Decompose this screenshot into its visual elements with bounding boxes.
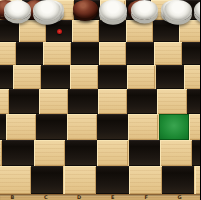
square-e6[interactable]	[99, 42, 127, 65]
square-c5[interactable]	[41, 65, 70, 89]
coord-label-d: D	[77, 194, 81, 200]
square-c1[interactable]	[31, 166, 64, 194]
square-b3[interactable]	[6, 114, 37, 140]
square-b5[interactable]	[13, 65, 42, 89]
dark-man-d6[interactable]	[73, 0, 97, 18]
square-h5[interactable]	[184, 65, 200, 89]
square-h3[interactable]	[189, 114, 200, 140]
square-h1[interactable]	[195, 166, 201, 194]
square-d1[interactable]	[64, 166, 97, 194]
square-b4[interactable]	[9, 89, 39, 114]
coord-label-g: G	[177, 194, 181, 200]
square-d2[interactable]	[65, 140, 97, 166]
square-d3[interactable]	[67, 114, 98, 140]
square-f3[interactable]	[128, 114, 159, 140]
square-f6[interactable]	[126, 42, 154, 65]
white-man-g1[interactable]	[164, 0, 192, 21]
coord-label-e: E	[111, 194, 114, 200]
board-frame: ABCDEFGH	[0, 194, 200, 200]
checkers-board: ♛ABCDEFGH	[0, 0, 200, 200]
square-b1[interactable]	[0, 166, 31, 194]
square-d7[interactable]	[72, 20, 99, 42]
square-g5[interactable]	[156, 65, 185, 89]
square-f4[interactable]	[127, 89, 157, 114]
square-f5[interactable]	[127, 65, 156, 89]
square-e4[interactable]	[98, 89, 128, 114]
white-man-e1[interactable]	[99, 0, 127, 21]
coord-label-f: F	[144, 194, 147, 200]
square-f2[interactable]	[129, 140, 161, 166]
square-e3[interactable]	[97, 114, 128, 140]
square-d5[interactable]	[70, 65, 99, 89]
square-g3[interactable]	[159, 114, 190, 140]
square-h6[interactable]	[182, 42, 200, 65]
square-e5[interactable]	[98, 65, 127, 89]
coord-label-b: B	[10, 194, 14, 200]
white-man-f2[interactable]	[131, 0, 158, 20]
square-g4[interactable]	[157, 89, 187, 114]
square-e2[interactable]	[97, 140, 129, 166]
square-e1[interactable]	[96, 166, 129, 194]
square-b2[interactable]	[2, 140, 34, 166]
square-g6[interactable]	[154, 42, 182, 65]
square-c2[interactable]	[34, 140, 66, 166]
last-move-dot	[57, 29, 62, 34]
square-a5[interactable]	[0, 65, 13, 89]
square-a4[interactable]	[0, 89, 9, 114]
square-g1[interactable]	[162, 166, 195, 194]
square-c6[interactable]	[43, 42, 71, 65]
square-f1[interactable]	[129, 166, 162, 194]
square-d4[interactable]	[68, 89, 98, 114]
square-g2[interactable]	[160, 140, 192, 166]
white-man-c1[interactable]	[33, 0, 61, 21]
square-h7[interactable]	[179, 20, 200, 42]
square-d6[interactable]	[71, 42, 99, 65]
square-e7[interactable]	[99, 20, 126, 42]
square-c4[interactable]	[39, 89, 69, 114]
square-b7[interactable]	[19, 20, 46, 42]
square-b6[interactable]	[16, 42, 44, 65]
square-h4[interactable]	[187, 89, 201, 114]
square-f7[interactable]	[126, 20, 153, 42]
square-c3[interactable]	[36, 114, 67, 140]
coord-label-c: C	[44, 194, 48, 200]
square-a6[interactable]	[0, 42, 16, 65]
square-g7[interactable]	[153, 20, 180, 42]
square-a7[interactable]	[0, 20, 19, 42]
square-h2[interactable]	[192, 140, 200, 166]
